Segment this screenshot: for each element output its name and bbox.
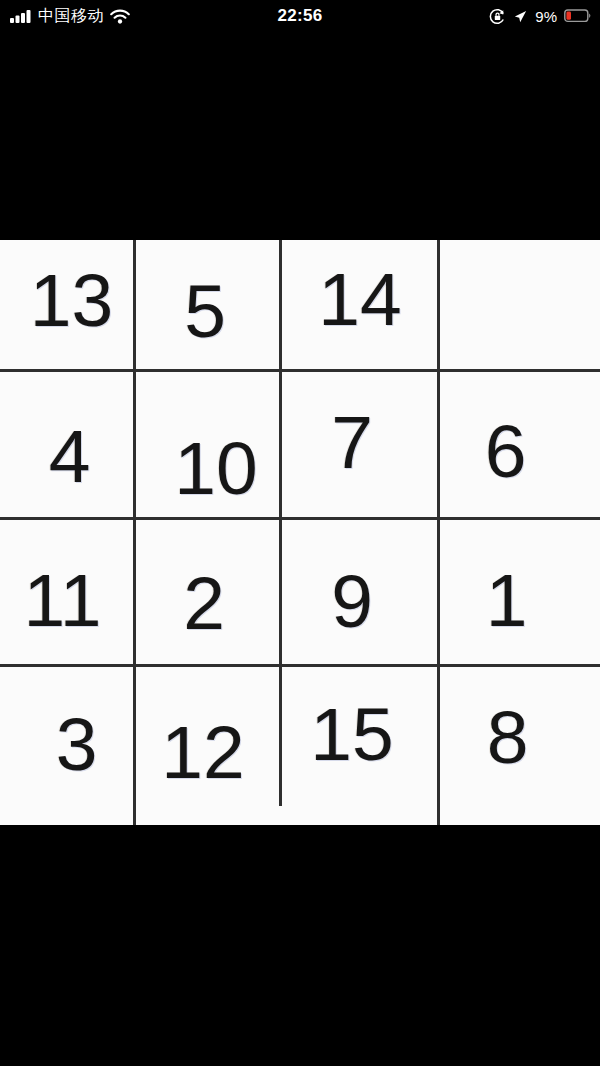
grid-line-vertical-2 [279, 240, 282, 806]
tile-14[interactable]: 14 [281, 240, 439, 371]
tile-12[interactable]: 12 [135, 665, 281, 825]
tile-15[interactable]: 15 [281, 665, 439, 825]
grid-line-horizontal-2 [0, 517, 600, 520]
tile-1[interactable]: 1 [439, 519, 600, 665]
grid-line-horizontal-3 [0, 664, 600, 667]
grid-line-vertical-1 [133, 240, 136, 825]
tile-4[interactable]: 4 [0, 371, 135, 519]
tile-1-label: 1 [486, 563, 528, 638]
tile-6[interactable]: 6 [439, 371, 600, 519]
tile-5-label: 5 [184, 274, 226, 349]
tile-3[interactable]: 3 [0, 665, 135, 825]
tile-6-label: 6 [485, 414, 527, 489]
battery-percent-label: 9% [535, 8, 557, 25]
tile-14-label: 14 [318, 262, 401, 337]
tile-4-label: 4 [49, 419, 91, 494]
puzzle-board: 13 5 14 4 10 7 6 11 2 9 1 3 12 15 8 [0, 240, 600, 825]
tile-9[interactable]: 9 [281, 519, 439, 665]
tile-10-label: 10 [174, 431, 257, 506]
tile-3-label: 3 [56, 707, 98, 782]
grid-line-horizontal-1 [0, 369, 600, 372]
tile-11[interactable]: 11 [0, 519, 135, 665]
tile-2-label: 2 [183, 566, 225, 641]
tile-2[interactable]: 2 [135, 519, 281, 665]
tile-10[interactable]: 10 [135, 371, 281, 519]
tile-11-label: 11 [24, 563, 102, 638]
tile-9-label: 9 [331, 564, 373, 639]
battery-icon [564, 9, 592, 23]
status-right-group: 9% [489, 0, 592, 32]
tile-8-label: 8 [487, 700, 529, 775]
tile-13[interactable]: 13 [0, 240, 135, 371]
tile-12-label: 12 [161, 715, 244, 790]
grid-line-vertical-3 [437, 240, 440, 825]
clock: 22:56 [278, 6, 323, 26]
status-bar: 中国移动 22:56 9% [0, 0, 600, 32]
tile-13-label: 13 [30, 263, 113, 338]
orientation-lock-icon [489, 8, 506, 25]
tile-7-label: 7 [331, 405, 373, 480]
tile-7[interactable]: 7 [281, 371, 439, 519]
tile-5[interactable]: 5 [135, 240, 281, 371]
signal-bars-icon [10, 9, 32, 23]
tile-15-label: 15 [310, 697, 393, 772]
phone-screen: 中国移动 22:56 9% [0, 0, 600, 1066]
location-arrow-icon [513, 9, 528, 24]
tile-8[interactable]: 8 [439, 665, 600, 825]
status-left-group: 中国移动 [10, 0, 130, 32]
empty-cell [439, 240, 600, 371]
carrier-label: 中国移动 [38, 6, 104, 27]
wifi-icon [110, 9, 130, 24]
